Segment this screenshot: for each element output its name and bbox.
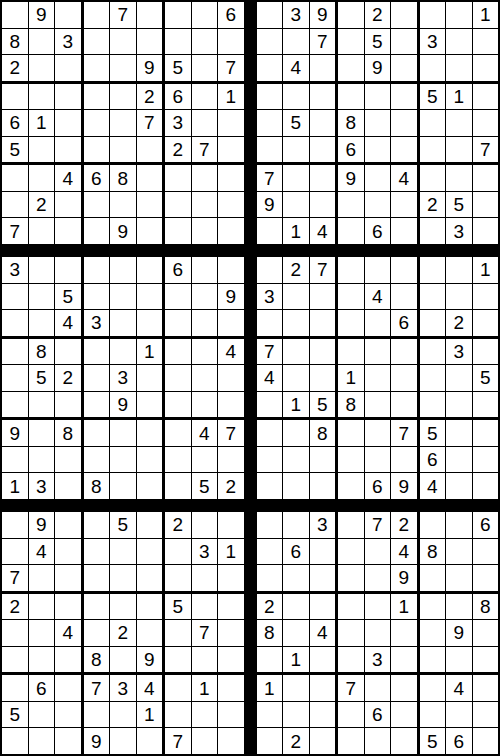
cell-r2c8 — [446, 29, 472, 55]
cell-r9c5: 6 — [365, 218, 391, 244]
cell-r8c2 — [29, 702, 55, 728]
cell-r7c8: 1 — [192, 675, 218, 701]
cell-r5c4 — [84, 365, 110, 391]
cell-r7c2 — [29, 420, 55, 446]
cell-r9c1 — [2, 728, 28, 754]
cell-r4c9 — [473, 339, 499, 365]
cell-r8c4 — [338, 447, 364, 473]
cell-r5c9: 5 — [473, 365, 499, 391]
cell-r4c4 — [84, 84, 110, 110]
cell-r3c5 — [365, 310, 391, 336]
cell-r6c5 — [110, 647, 136, 673]
cell-r2c4 — [338, 284, 364, 310]
cell-r9c4 — [338, 728, 364, 754]
cell-r2c3: 7 — [310, 29, 336, 55]
cell-r7c1 — [257, 420, 283, 446]
cell-r4c9: 1 — [218, 84, 244, 110]
cell-r6c1: 5 — [2, 137, 28, 163]
cell-r2c5 — [110, 29, 136, 55]
cell-r9c9 — [473, 218, 499, 244]
cell-r1c8 — [192, 2, 218, 28]
cell-r9c2 — [29, 218, 55, 244]
cell-r3c1 — [257, 565, 283, 591]
cell-r5c9 — [218, 620, 244, 646]
box-8: 946 — [338, 165, 417, 244]
cell-r8c4 — [338, 192, 364, 218]
cell-r6c5 — [110, 137, 136, 163]
cell-r1c2 — [283, 512, 309, 538]
cell-r4c6 — [391, 84, 417, 110]
cell-r9c7: 5 — [420, 728, 446, 754]
box-1: 354 — [2, 257, 81, 336]
cell-r2c4 — [338, 539, 364, 565]
cell-r9c8 — [192, 728, 218, 754]
cell-r8c3 — [310, 447, 336, 473]
cell-r2c7 — [165, 29, 191, 55]
cell-r1c8 — [446, 512, 472, 538]
cell-r3c9 — [473, 55, 499, 81]
box-9 — [165, 165, 244, 244]
cell-r6c7 — [420, 392, 446, 418]
cell-r9c2: 3 — [29, 473, 55, 499]
cell-r8c6 — [391, 192, 417, 218]
cell-r6c8 — [192, 392, 218, 418]
box-7: 8 — [257, 420, 336, 499]
cell-r6c6 — [391, 647, 417, 673]
cell-r3c3 — [310, 55, 336, 81]
cell-r7c5 — [365, 165, 391, 191]
cell-r9c2: 2 — [283, 728, 309, 754]
cell-r9c8: 3 — [446, 218, 472, 244]
cell-r1c6 — [137, 512, 163, 538]
cell-r9c6: 9 — [391, 473, 417, 499]
cell-r7c3 — [310, 675, 336, 701]
cell-r5c1 — [2, 620, 28, 646]
cell-r9c4: 8 — [84, 473, 110, 499]
cell-r2c3 — [310, 539, 336, 565]
cell-r5c2: 5 — [283, 110, 309, 136]
cell-r5c1 — [2, 365, 28, 391]
cell-r6c7 — [165, 647, 191, 673]
box-6: 35 — [420, 339, 499, 418]
cell-r6c4 — [84, 137, 110, 163]
cell-r2c3 — [310, 284, 336, 310]
cell-r4c2 — [29, 594, 55, 620]
cell-r2c5: 4 — [365, 284, 391, 310]
cell-r4c8: 1 — [446, 84, 472, 110]
cell-r2c4 — [84, 284, 110, 310]
cell-r1c8 — [192, 257, 218, 283]
cell-r3c6: 6 — [391, 310, 417, 336]
cell-r7c4: 7 — [338, 675, 364, 701]
box-8: 8 — [84, 420, 163, 499]
cell-r9c2: 1 — [283, 218, 309, 244]
cell-r6c9 — [473, 647, 499, 673]
cell-r7c9 — [218, 675, 244, 701]
cell-r2c9 — [473, 29, 499, 55]
cell-r4c8 — [446, 594, 472, 620]
cell-r2c7: 8 — [420, 539, 446, 565]
box-4: 24 — [2, 594, 81, 673]
cell-r6c1 — [257, 392, 283, 418]
cell-r4c3 — [310, 594, 336, 620]
cell-r5c4 — [338, 620, 364, 646]
cell-r2c6 — [137, 284, 163, 310]
cell-r2c3: 5 — [55, 284, 81, 310]
sudoku-sheet: 9832796576152761327427689 39742591358651… — [0, 0, 500, 756]
cell-r4c8 — [192, 84, 218, 110]
cell-r8c4 — [84, 447, 110, 473]
cell-r5c7 — [165, 620, 191, 646]
cell-r4c2 — [283, 84, 309, 110]
cell-r3c4 — [84, 55, 110, 81]
cell-r7c2: 6 — [29, 675, 55, 701]
sudoku-board-6: 36724968284113891276456 — [255, 510, 500, 756]
cell-r3c1 — [257, 310, 283, 336]
cell-r6c3 — [55, 137, 81, 163]
cell-r1c7: 6 — [165, 257, 191, 283]
cell-r3c5: 9 — [365, 55, 391, 81]
cell-r3c5 — [110, 310, 136, 336]
cell-r7c7 — [165, 420, 191, 446]
cell-r8c7 — [165, 192, 191, 218]
cell-r1c1 — [2, 512, 28, 538]
cell-r9c8: 6 — [446, 728, 472, 754]
cell-r4c4 — [338, 84, 364, 110]
cell-r3c7 — [165, 310, 191, 336]
cell-r8c3 — [55, 447, 81, 473]
box-4: 7415 — [257, 339, 336, 418]
cell-r1c3: 7 — [310, 257, 336, 283]
cell-r8c3 — [55, 192, 81, 218]
cell-r8c7 — [420, 702, 446, 728]
cell-r8c6: 1 — [137, 702, 163, 728]
cell-r7c2 — [283, 420, 309, 446]
box-4: 852 — [2, 339, 81, 418]
cell-r9c8: 5 — [192, 473, 218, 499]
cell-r2c6 — [391, 284, 417, 310]
cell-r9c1 — [257, 728, 283, 754]
cell-r7c5 — [110, 420, 136, 446]
cell-r4c7 — [420, 339, 446, 365]
cell-r8c1 — [257, 702, 283, 728]
box-9: 4752 — [165, 420, 244, 499]
box-2: 79 — [84, 2, 163, 81]
cell-r7c3: 8 — [55, 420, 81, 446]
cell-r6c9 — [473, 392, 499, 418]
cell-r1c1 — [257, 512, 283, 538]
box-1: 3974 — [257, 2, 336, 81]
cell-r1c4 — [84, 512, 110, 538]
cell-r4c3 — [55, 339, 81, 365]
cell-r8c7: 2 — [420, 192, 446, 218]
cell-r8c1: 9 — [257, 192, 283, 218]
cell-r8c4 — [338, 702, 364, 728]
cell-r6c3 — [310, 137, 336, 163]
cell-r3c5 — [110, 565, 136, 591]
cell-r4c5 — [110, 594, 136, 620]
cell-r4c4 — [338, 339, 364, 365]
cell-r4c1: 2 — [2, 594, 28, 620]
cell-r9c2 — [283, 473, 309, 499]
cell-r5c3 — [310, 110, 336, 136]
box-4: 2841 — [257, 594, 336, 673]
cell-r4c6: 1 — [391, 594, 417, 620]
box-6: 517 — [420, 84, 499, 163]
cell-r8c3 — [310, 192, 336, 218]
cell-r2c6 — [137, 539, 163, 565]
cell-r9c4 — [338, 218, 364, 244]
cell-r7c7 — [165, 165, 191, 191]
cell-r7c8 — [446, 420, 472, 446]
cell-r4c7 — [165, 339, 191, 365]
box-2: 7249 — [338, 512, 417, 591]
box-4: 5 — [257, 84, 336, 163]
cell-r5c5: 2 — [110, 620, 136, 646]
cell-r1c9: 6 — [473, 512, 499, 538]
cell-r5c3: 4 — [55, 620, 81, 646]
cell-r5c7 — [165, 365, 191, 391]
cell-r4c8 — [192, 339, 218, 365]
cell-r8c2 — [283, 192, 309, 218]
cell-r9c7 — [165, 473, 191, 499]
cell-r4c5 — [110, 339, 136, 365]
cell-r7c9 — [218, 165, 244, 191]
cell-r9c2 — [29, 728, 55, 754]
box-7: 427 — [2, 165, 81, 244]
cell-r8c8 — [192, 192, 218, 218]
cell-r6c2 — [29, 392, 55, 418]
cell-r3c9 — [473, 310, 499, 336]
cell-r4c9 — [473, 84, 499, 110]
cell-r6c9 — [218, 647, 244, 673]
cell-r8c9 — [218, 192, 244, 218]
cell-r7c1: 7 — [257, 165, 283, 191]
cell-r3c8 — [192, 565, 218, 591]
cell-r6c7 — [420, 647, 446, 673]
cell-r4c4 — [84, 339, 110, 365]
cell-r6c2: 1 — [283, 392, 309, 418]
cell-r8c3 — [55, 702, 81, 728]
cell-r6c4: 8 — [84, 647, 110, 673]
cell-r7c7 — [420, 675, 446, 701]
cell-r1c9: 1 — [473, 257, 499, 283]
cell-r3c7: 5 — [165, 55, 191, 81]
box-6: 61327 — [165, 84, 244, 163]
cell-r3c7 — [165, 565, 191, 591]
cell-r1c7: 2 — [165, 512, 191, 538]
cell-r1c7 — [165, 2, 191, 28]
cell-r8c6 — [391, 447, 417, 473]
cell-r6c7 — [420, 137, 446, 163]
cell-r9c6 — [137, 728, 163, 754]
cell-r9c8 — [446, 473, 472, 499]
cell-r4c2 — [283, 339, 309, 365]
box-9: 564 — [420, 420, 499, 499]
cell-r2c6 — [137, 29, 163, 55]
box-9: 17 — [165, 675, 244, 754]
cell-r9c6 — [391, 728, 417, 754]
cell-r5c2 — [283, 365, 309, 391]
cell-r6c6 — [137, 137, 163, 163]
cell-r4c8 — [192, 594, 218, 620]
sudoku-board-2: 3974259135865177914946253 — [255, 0, 500, 246]
cell-r7c3: 8 — [310, 420, 336, 446]
cell-r1c2 — [29, 257, 55, 283]
cell-r1c2: 2 — [283, 257, 309, 283]
cell-r7c6: 7 — [391, 420, 417, 446]
cell-r5c9 — [218, 365, 244, 391]
box-1: 9832 — [2, 2, 81, 81]
cell-r7c6: 4 — [137, 675, 163, 701]
cell-r2c2 — [29, 284, 55, 310]
cell-r1c5: 7 — [110, 2, 136, 28]
cell-r7c8: 4 — [446, 675, 472, 701]
cell-r1c5: 2 — [365, 2, 391, 28]
cell-r4c8: 3 — [446, 339, 472, 365]
cell-r7c8 — [446, 165, 472, 191]
cell-r9c7: 4 — [420, 473, 446, 499]
cell-r9c9 — [473, 728, 499, 754]
cell-r4c2: 8 — [29, 339, 55, 365]
cell-r6c3: 5 — [310, 392, 336, 418]
cell-r9c5 — [365, 728, 391, 754]
cell-r3c7 — [420, 565, 446, 591]
box-6: 57 — [165, 594, 244, 673]
cell-r5c1: 6 — [2, 110, 28, 136]
cell-r6c4: 8 — [338, 392, 364, 418]
cell-r2c3 — [55, 539, 81, 565]
cell-r6c3 — [310, 647, 336, 673]
cell-r7c9: 7 — [218, 420, 244, 446]
cell-r7c7 — [420, 165, 446, 191]
cell-r5c3: 2 — [55, 365, 81, 391]
cell-r3c1: 7 — [2, 565, 28, 591]
cell-r5c8: 7 — [192, 620, 218, 646]
cell-r3c8: 2 — [446, 310, 472, 336]
cell-r2c8 — [446, 539, 472, 565]
cell-r3c7 — [420, 55, 446, 81]
cell-r2c2: 4 — [29, 539, 55, 565]
cell-r9c9 — [218, 218, 244, 244]
box-5: 139 — [84, 339, 163, 418]
sudoku-board-4: 2734612741518358769564 — [255, 255, 500, 501]
cell-r8c9 — [473, 447, 499, 473]
cell-r7c4: 6 — [84, 165, 110, 191]
cell-r1c1: 3 — [2, 257, 28, 283]
cell-r4c3 — [55, 594, 81, 620]
cell-r3c1 — [257, 55, 283, 81]
cell-r8c9 — [473, 192, 499, 218]
cell-r9c7 — [165, 218, 191, 244]
cell-r6c2 — [283, 137, 309, 163]
sudoku-board-5: 94752312428957657341917 — [0, 510, 246, 756]
cell-r9c5: 9 — [110, 218, 136, 244]
box-7: 12 — [257, 675, 336, 754]
cell-r8c8 — [192, 447, 218, 473]
cell-r6c2: 1 — [283, 647, 309, 673]
cell-r9c9 — [218, 728, 244, 754]
cell-r4c6: 2 — [137, 84, 163, 110]
cell-r6c5 — [365, 137, 391, 163]
cell-r8c2 — [283, 447, 309, 473]
cell-r5c8 — [192, 110, 218, 136]
cell-r4c4 — [338, 594, 364, 620]
cell-r8c2 — [29, 447, 55, 473]
cell-r9c3 — [55, 218, 81, 244]
cell-r1c3: 3 — [310, 512, 336, 538]
sudoku-board-3: 3543698521394981384752 — [0, 255, 246, 501]
cell-r3c3 — [55, 565, 81, 591]
cell-r8c7 — [165, 447, 191, 473]
cell-r7c3: 4 — [55, 165, 81, 191]
cell-r8c6 — [137, 447, 163, 473]
cell-r7c1: 1 — [257, 675, 283, 701]
cell-r3c3 — [310, 565, 336, 591]
cell-r6c2 — [29, 137, 55, 163]
cell-r7c6 — [137, 165, 163, 191]
cell-r1c4 — [338, 2, 364, 28]
box-4: 615 — [2, 84, 81, 163]
box-7: 7914 — [257, 165, 336, 244]
cell-r5c6 — [391, 110, 417, 136]
cell-r7c9 — [473, 675, 499, 701]
cell-r5c2 — [283, 620, 309, 646]
cell-r5c2: 5 — [29, 365, 55, 391]
cell-r2c5 — [110, 539, 136, 565]
cell-r3c2 — [29, 565, 55, 591]
cell-r6c1 — [2, 647, 28, 673]
cell-r5c7 — [420, 620, 446, 646]
cell-r2c8 — [192, 284, 218, 310]
cell-r3c6 — [391, 55, 417, 81]
cell-r1c6: 2 — [391, 512, 417, 538]
cell-r5c6 — [137, 365, 163, 391]
cell-r1c3: 9 — [310, 2, 336, 28]
cell-r6c7 — [165, 392, 191, 418]
cell-r5c2: 1 — [29, 110, 55, 136]
cell-r6c6: 9 — [137, 647, 163, 673]
cell-r8c5 — [110, 447, 136, 473]
cell-r9c7 — [420, 218, 446, 244]
cell-r7c2 — [283, 675, 309, 701]
cell-r8c3 — [310, 702, 336, 728]
box-6: 4 — [165, 339, 244, 418]
cell-r6c9 — [218, 137, 244, 163]
cell-r1c9: 6 — [218, 2, 244, 28]
cell-r8c1 — [257, 447, 283, 473]
cell-r7c1: 9 — [2, 420, 28, 446]
cell-r3c4 — [338, 565, 364, 591]
cell-r3c2 — [283, 310, 309, 336]
box-5: 18 — [338, 339, 417, 418]
cell-r9c6 — [391, 218, 417, 244]
cell-r7c5 — [365, 420, 391, 446]
cell-r5c3 — [55, 110, 81, 136]
cell-r5c5 — [365, 110, 391, 136]
cell-r4c7: 5 — [420, 84, 446, 110]
cell-r8c4 — [84, 192, 110, 218]
cell-r7c3 — [310, 165, 336, 191]
cell-r3c5 — [365, 565, 391, 591]
cell-r1c6 — [391, 257, 417, 283]
cell-r3c3 — [55, 55, 81, 81]
cell-r3c2 — [283, 565, 309, 591]
cell-r4c4 — [84, 594, 110, 620]
cell-r1c8 — [446, 257, 472, 283]
cell-r8c9 — [218, 702, 244, 728]
cell-r1c9: 1 — [473, 2, 499, 28]
